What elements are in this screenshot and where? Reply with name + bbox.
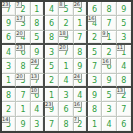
cage-sum: 20 bbox=[59, 45, 67, 51]
cell-r6c5[interactable]: 4 bbox=[59, 74, 73, 88]
cell-r6c8[interactable]: 9 bbox=[102, 74, 116, 88]
cell-r3c7[interactable]: 2 bbox=[88, 31, 102, 45]
sudoku-board: 2377214852636899173862116475620458189729… bbox=[0, 0, 133, 133]
cell-r5c7[interactable]: 7 bbox=[88, 59, 102, 73]
solution-digit: 4 bbox=[34, 104, 39, 114]
cell-r3c8[interactable]: 91 bbox=[102, 31, 116, 45]
solution-digit: 3 bbox=[49, 47, 54, 57]
solution-digit: 4 bbox=[63, 75, 68, 85]
cell-r5c6[interactable]: 9 bbox=[74, 59, 88, 73]
solution-digit: 7 bbox=[121, 104, 126, 114]
cage-sum: 7 bbox=[16, 2, 21, 8]
solution-digit: 9 bbox=[20, 119, 25, 129]
cell-r1c1[interactable]: 237 bbox=[2, 2, 16, 16]
cell-r7c9[interactable]: 132 bbox=[117, 88, 131, 102]
cell-r8c5[interactable]: 6 bbox=[59, 102, 73, 116]
cell-r9c9[interactable]: 6 bbox=[117, 117, 131, 131]
cell-r2c6[interactable]: 1 bbox=[74, 16, 88, 30]
cell-r3c1[interactable]: 6 bbox=[2, 31, 16, 45]
cage-sum: 8 bbox=[59, 2, 64, 8]
cell-r7c4[interactable]: 1 bbox=[45, 88, 59, 102]
solution-digit: 1 bbox=[49, 90, 54, 100]
cell-r3c3[interactable]: 5 bbox=[31, 31, 45, 45]
cell-r1c9[interactable]: 9 bbox=[117, 2, 131, 16]
cell-r5c3[interactable]: 242 bbox=[31, 59, 45, 73]
cage-sum: 13 bbox=[31, 74, 39, 80]
cell-r4c9[interactable]: 111 bbox=[117, 45, 131, 59]
cell-r4c3[interactable]: 9 bbox=[31, 45, 45, 59]
cell-r7c5[interactable]: 3 bbox=[59, 88, 73, 102]
solution-digit: 2 bbox=[92, 32, 97, 42]
solution-digit: 8 bbox=[63, 119, 68, 129]
cell-r2c3[interactable]: 8 bbox=[31, 16, 45, 30]
cell-r8c9[interactable]: 7 bbox=[117, 102, 131, 116]
solution-digit: 4 bbox=[77, 90, 82, 100]
solution-digit: 9 bbox=[77, 61, 82, 71]
cell-r8c4[interactable]: 239 bbox=[45, 102, 59, 116]
cage-sum: 11 bbox=[117, 45, 125, 51]
solution-digit: 1 bbox=[6, 75, 11, 85]
solution-digit: 3 bbox=[63, 90, 68, 100]
cell-r8c3[interactable]: 4 bbox=[31, 102, 45, 116]
cell-r3c5[interactable]: 189 bbox=[59, 31, 73, 45]
cell-r9c6[interactable]: 72 bbox=[74, 117, 88, 131]
solution-digit: 8 bbox=[34, 18, 39, 28]
cage-sum: 9 bbox=[102, 31, 107, 37]
cell-r4c5[interactable]: 207 bbox=[59, 45, 73, 59]
solution-digit: 9 bbox=[106, 75, 111, 85]
cage-sum: 26 bbox=[74, 2, 82, 8]
solution-digit: 1 bbox=[77, 18, 82, 28]
cell-r9c8[interactable]: 4 bbox=[102, 117, 116, 131]
solution-digit: 9 bbox=[34, 47, 39, 57]
solution-digit: 7 bbox=[92, 61, 97, 71]
solution-digit: 9 bbox=[92, 90, 97, 100]
cell-r1c5[interactable]: 85 bbox=[59, 2, 73, 16]
cage-sum: 14 bbox=[2, 117, 10, 123]
cell-r4c4[interactable]: 3 bbox=[45, 45, 59, 59]
cell-r8c2[interactable]: 1 bbox=[16, 102, 30, 116]
solution-digit: 3 bbox=[121, 32, 126, 42]
cell-r7c7[interactable]: 9 bbox=[88, 88, 102, 102]
cell-r2c7[interactable]: 164 bbox=[88, 16, 102, 30]
cell-r3c9[interactable]: 3 bbox=[117, 31, 131, 45]
solution-digit: 3 bbox=[6, 61, 11, 71]
solution-digit: 8 bbox=[106, 4, 111, 14]
cage-sum: 23 bbox=[2, 2, 10, 8]
cage-sum: 16 bbox=[102, 59, 110, 65]
cell-r5c5[interactable]: 1 bbox=[59, 59, 73, 73]
solution-digit: 5 bbox=[34, 32, 39, 42]
cell-r6c7[interactable]: 3 bbox=[88, 74, 102, 88]
solution-digit: 7 bbox=[106, 18, 111, 28]
solution-digit: 2 bbox=[6, 104, 11, 114]
cell-r7c6[interactable]: 4 bbox=[74, 88, 88, 102]
solution-digit: 6 bbox=[49, 18, 54, 28]
cell-r4c1[interactable]: 4 bbox=[2, 45, 16, 59]
solution-digit: 6 bbox=[121, 119, 126, 129]
solution-digit: 3 bbox=[34, 119, 39, 129]
cage-sum: 16 bbox=[74, 102, 82, 108]
solution-digit: 2 bbox=[63, 18, 68, 28]
cage-sum: 24 bbox=[31, 59, 39, 65]
cell-r1c6[interactable]: 263 bbox=[74, 2, 88, 16]
cell-r6c1[interactable]: 1 bbox=[2, 74, 16, 88]
solution-digit: 7 bbox=[20, 90, 25, 100]
cell-r4c6[interactable]: 8 bbox=[74, 45, 88, 59]
cell-r5c8[interactable]: 166 bbox=[102, 59, 116, 73]
cell-r1c4[interactable]: 4 bbox=[45, 2, 59, 16]
cage-sum: 7 bbox=[74, 117, 79, 123]
cell-r9c4[interactable]: 7 bbox=[45, 117, 59, 131]
cell-r6c4[interactable]: 2 bbox=[45, 74, 59, 88]
solution-digit: 5 bbox=[106, 90, 111, 100]
solution-digit: 8 bbox=[92, 104, 97, 114]
solution-digit: 4 bbox=[106, 119, 111, 129]
cage-sum: 13 bbox=[117, 88, 125, 94]
cell-r1c7[interactable]: 6 bbox=[88, 2, 102, 16]
cage-sum: 17 bbox=[16, 16, 24, 22]
solution-digit: 4 bbox=[6, 47, 11, 57]
solution-digit: 1 bbox=[92, 119, 97, 129]
cell-r1c8[interactable]: 8 bbox=[102, 2, 116, 16]
cage-sum: 23 bbox=[16, 45, 24, 51]
cell-r6c9[interactable]: 8 bbox=[117, 74, 131, 88]
cage-sum: 16 bbox=[88, 16, 96, 22]
cell-r2c4[interactable]: 6 bbox=[45, 16, 59, 30]
solution-digit: 9 bbox=[6, 18, 11, 28]
solution-digit: 8 bbox=[6, 90, 11, 100]
cell-r9c1[interactable]: 145 bbox=[2, 117, 16, 131]
solution-digit: 7 bbox=[49, 119, 54, 129]
cell-r8c6[interactable]: 165 bbox=[74, 102, 88, 116]
cage-sum: 10 bbox=[31, 88, 39, 94]
cell-r3c6[interactable]: 7 bbox=[74, 31, 88, 45]
cell-r6c2[interactable]: 205 bbox=[16, 74, 30, 88]
solution-digit: 2 bbox=[49, 75, 54, 85]
solution-digit: 6 bbox=[6, 32, 11, 42]
cell-r4c7[interactable]: 5 bbox=[88, 45, 102, 59]
cell-r8c8[interactable]: 3 bbox=[102, 102, 116, 116]
cell-r5c1[interactable]: 3 bbox=[2, 59, 16, 73]
solution-digit: 6 bbox=[92, 4, 97, 14]
cage-sum: 20 bbox=[16, 31, 24, 37]
cage-sum: 23 bbox=[45, 102, 53, 108]
cell-r7c1[interactable]: 8 bbox=[2, 88, 16, 102]
cell-r6c6[interactable]: 246 bbox=[74, 74, 88, 88]
cell-r7c8[interactable]: 5 bbox=[102, 88, 116, 102]
cell-r5c9[interactable]: 4 bbox=[117, 59, 131, 73]
cell-r8c7[interactable]: 8 bbox=[88, 102, 102, 116]
solution-digit: 9 bbox=[121, 4, 126, 14]
cell-r2c2[interactable]: 173 bbox=[16, 16, 30, 30]
cage-sum: 18 bbox=[59, 31, 67, 37]
solution-digit: 5 bbox=[121, 18, 126, 28]
solution-digit: 1 bbox=[20, 104, 25, 114]
cell-r2c8[interactable]: 7 bbox=[102, 16, 116, 30]
cell-r8c1[interactable]: 2 bbox=[2, 102, 16, 116]
solution-digit: 1 bbox=[63, 61, 68, 71]
solution-digit: 5 bbox=[92, 47, 97, 57]
solution-digit: 4 bbox=[121, 61, 126, 71]
solution-digit: 8 bbox=[49, 32, 54, 42]
cell-r9c2[interactable]: 9 bbox=[16, 117, 30, 131]
cell-r3c2[interactable]: 204 bbox=[16, 31, 30, 45]
solution-digit: 8 bbox=[121, 75, 126, 85]
solution-digit: 8 bbox=[20, 61, 25, 71]
cell-r2c5[interactable]: 2 bbox=[59, 16, 73, 30]
cell-r2c1[interactable]: 9 bbox=[2, 16, 16, 30]
cell-r1c3[interactable]: 1 bbox=[31, 2, 45, 16]
solution-digit: 1 bbox=[34, 4, 39, 14]
cell-r2c9[interactable]: 5 bbox=[117, 16, 131, 30]
cage-sum: 20 bbox=[16, 74, 24, 80]
cell-r5c2[interactable]: 8 bbox=[16, 59, 30, 73]
cage-sum: 24 bbox=[74, 74, 82, 80]
solution-digit: 3 bbox=[92, 75, 97, 85]
solution-digit: 2 bbox=[106, 47, 111, 57]
solution-digit: 6 bbox=[63, 104, 68, 114]
cell-r6c3[interactable]: 137 bbox=[31, 74, 45, 88]
solution-digit: 5 bbox=[49, 61, 54, 71]
cell-r7c3[interactable]: 106 bbox=[31, 88, 45, 102]
cell-r3c4[interactable]: 8 bbox=[45, 31, 59, 45]
solution-digit: 8 bbox=[77, 47, 82, 57]
cell-r7c2[interactable]: 7 bbox=[16, 88, 30, 102]
solution-digit: 7 bbox=[77, 32, 82, 42]
cell-r1c2[interactable]: 72 bbox=[16, 2, 30, 16]
cell-r9c7[interactable]: 1 bbox=[88, 117, 102, 131]
cell-r5c4[interactable]: 5 bbox=[45, 59, 59, 73]
cell-r9c5[interactable]: 8 bbox=[59, 117, 73, 131]
solution-digit: 3 bbox=[106, 104, 111, 114]
cell-r9c3[interactable]: 3 bbox=[31, 117, 45, 131]
cell-r4c2[interactable]: 236 bbox=[16, 45, 30, 59]
solution-digit: 4 bbox=[49, 4, 54, 14]
cell-r4c8[interactable]: 2 bbox=[102, 45, 116, 59]
